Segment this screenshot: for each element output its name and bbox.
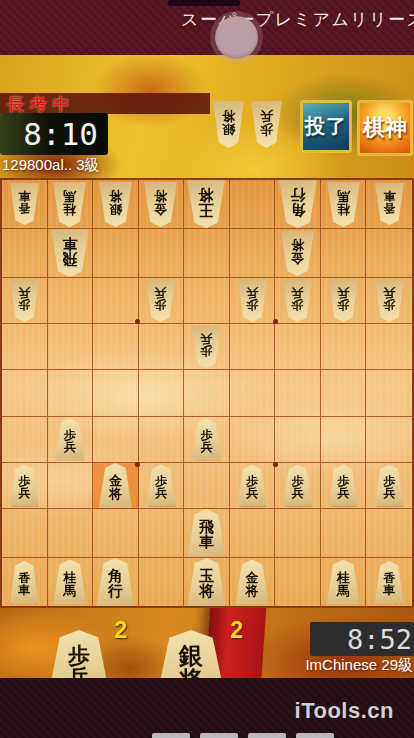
piece-kanji: 兵 [200,441,212,453]
piece-kanji: 将 [109,190,122,203]
board-square-3h[interactable] [275,509,321,558]
shogi-piece-sente-gold[interactable]: 金将 [236,560,269,605]
shogi-piece-sente-pawn[interactable]: 歩兵 [146,464,175,506]
floating-assistive-button[interactable] [215,16,258,59]
piece-kanji: 馬 [337,190,350,203]
piece-kanji: 兵 [18,487,30,499]
board-square-2f[interactable] [321,417,367,463]
piece-kanji: 香 [18,203,30,215]
board-square-1h[interactable] [366,509,412,558]
shogi-piece-sente-bishop[interactable]: 角行 [96,558,134,606]
piece-kanji: 行 [108,584,123,599]
thinking-status-badge: 長考中 [0,93,210,114]
board-square-3b[interactable]: 金将 [275,229,321,278]
shogi-app-screen: 香車桂馬銀将金将王将角行桂馬香車飛車金将歩兵歩兵歩兵歩兵歩兵歩兵歩兵歩兵歩兵歩兵… [0,0,414,738]
top-player-clock: 8:10 [0,113,108,155]
hand-item-pawn[interactable]: 歩兵 [251,101,282,148]
board-square-9f[interactable] [2,417,48,463]
piece-kanji: 金 [291,252,304,265]
board-square-8a[interactable]: 桂馬 [48,180,94,229]
piece-kanji: 歩 [68,644,90,666]
cutoff-text-fragment [168,0,240,6]
piece-kanji: 兵 [337,287,349,299]
piece-kanji: 馬 [63,190,76,203]
board-square-8g[interactable] [48,463,94,509]
shogi-piece-sente-pawn[interactable]: 歩兵 [55,418,84,460]
piece-kanji: 香 [18,572,30,584]
board-square-5c[interactable] [184,278,230,324]
board-square-4d[interactable] [230,324,276,370]
shogi-piece-gote-lance[interactable]: 香車 [10,183,39,225]
piece-kanji: 車 [199,535,214,550]
bottom-clock-time: 8:52 [347,624,412,655]
piece-kanji: 将 [291,239,304,252]
piece-kanji: 金 [154,203,167,216]
bottom-player-rank: 29級 [381,656,413,673]
board-square-6i[interactable] [139,558,185,606]
top-notification-banner: スーパープレミアムリリース [0,0,414,55]
piece-kanji: 兵 [292,487,304,499]
board-square-2c[interactable]: 歩兵 [321,278,367,324]
shogi-piece-gote-king[interactable]: 王将 [187,180,225,228]
board-square-5d[interactable]: 歩兵 [184,324,230,370]
piece-kanji: 金 [109,474,122,487]
board-square-3c[interactable]: 歩兵 [275,278,321,324]
shogi-piece-sente-gold[interactable]: 金将 [99,463,132,508]
board-square-8h[interactable] [48,509,94,558]
shogi-piece-gote-knight[interactable]: 桂馬 [327,182,360,227]
piece-kanji: 兵 [260,110,273,123]
clipped-ui-fragments [152,733,334,738]
shogi-piece-gote-lance[interactable]: 香車 [375,183,404,225]
shogi-piece-gote-silver[interactable]: 銀将 [99,182,132,227]
board-square-9h[interactable] [2,509,48,558]
piece-kanji: 桂 [337,203,350,216]
piece-kanji: 香 [383,572,395,584]
shogi-piece-sente-pawn[interactable]: 歩兵 [375,464,404,506]
banner-marquee-text: スーパープレミアムリリース [181,8,414,31]
piece-kanji: 車 [18,191,30,203]
piece-kanji: 将 [199,584,214,599]
board-square-2a[interactable]: 桂馬 [321,180,367,229]
board-square-6a[interactable]: 金将 [139,180,185,229]
bottom-player-name: ImChinese 29級 [305,656,413,675]
shogi-piece-gote-silver[interactable]: 銀将 [213,101,244,148]
piece-kanji: 将 [109,487,122,500]
shogi-piece-gote-pawn[interactable]: 歩兵 [192,326,221,368]
piece-kanji: 車 [62,237,77,252]
board-square-5h[interactable]: 飛車 [184,509,230,558]
shogi-piece-gote-bishop[interactable]: 角行 [279,180,317,228]
board-square-5e[interactable] [184,370,230,416]
board-square-4a[interactable] [230,180,276,229]
piece-kanji: 歩 [337,299,349,311]
piece-kanji: 兵 [155,487,167,499]
board-square-7f[interactable] [93,417,139,463]
board-square-4c[interactable]: 歩兵 [230,278,276,324]
shogi-piece-gote-pawn[interactable]: 歩兵 [10,280,39,322]
piece-kanji: 桂 [337,571,350,584]
shogi-piece-sente-lance[interactable]: 香車 [375,561,404,603]
board-square-1c[interactable]: 歩兵 [366,278,412,324]
board-square-7c[interactable] [93,278,139,324]
hand-item-silver[interactable]: 銀将 [213,101,244,148]
top-clock-time: 8:10 [23,116,98,152]
board-square-9e[interactable] [2,370,48,416]
shogi-piece-gote-gold[interactable]: 金将 [281,231,314,276]
shogi-piece-sente-pawn[interactable]: 歩兵 [329,464,358,506]
board-square-7e[interactable] [93,370,139,416]
top-player-name: 129800al.. 3級 [2,156,100,175]
board-square-8d[interactable] [48,324,94,370]
piece-kanji: 兵 [337,487,349,499]
piece-kanji: 馬 [337,584,350,597]
piece-kanji: 歩 [292,299,304,311]
piece-kanji: 角 [290,203,305,218]
piece-kanji: 行 [290,188,305,203]
board-square-5i[interactable]: 玉将 [184,558,230,606]
board-square-2b[interactable] [321,229,367,278]
piece-kanji: 兵 [292,287,304,299]
piece-kanji: 王 [199,203,214,218]
board-square-7a[interactable]: 銀将 [93,180,139,229]
shogi-piece-sente-knight[interactable]: 桂馬 [327,560,360,605]
board-square-8c[interactable] [48,278,94,324]
piece-kanji: 歩 [200,345,212,357]
board-square-6d[interactable] [139,324,185,370]
board-square-2e[interactable] [321,370,367,416]
piece-kanji: 兵 [64,441,76,453]
board-square-9c[interactable]: 歩兵 [2,278,48,324]
top-player-id: 129800al.. [2,156,72,173]
board-square-9g[interactable]: 歩兵 [2,463,48,509]
board-square-8f[interactable]: 歩兵 [48,417,94,463]
piece-kanji: 歩 [246,299,258,311]
board-square-3e[interactable] [275,370,321,416]
piece-kanji: 銀 [222,123,235,136]
resign-button[interactable]: 投了 [300,100,352,153]
shogi-piece-gote-pawn[interactable]: 歩兵 [283,280,312,322]
board-square-7i[interactable]: 角行 [93,558,139,606]
piece-kanji: 金 [246,571,259,584]
piece-kanji: 桂 [63,203,76,216]
piece-kanji: 歩 [64,429,76,441]
board-square-6c[interactable]: 歩兵 [139,278,185,324]
board-square-8b[interactable]: 飛車 [48,229,94,278]
bottom-player-clock: 8:52 [310,622,414,656]
board-square-3f[interactable] [275,417,321,463]
board-square-4g[interactable]: 歩兵 [230,463,276,509]
board-square-7d[interactable] [93,324,139,370]
piece-kanji: 歩 [383,299,395,311]
board-square-2i[interactable]: 桂馬 [321,558,367,606]
shogi-piece-sente-knight[interactable]: 桂馬 [53,560,86,605]
board-square-2h[interactable] [321,509,367,558]
board-square-6g[interactable]: 歩兵 [139,463,185,509]
board-square-5b[interactable] [184,229,230,278]
board-square-2d[interactable] [321,324,367,370]
piece-kanji: 馬 [63,584,76,597]
piece-kanji: 歩 [200,429,212,441]
bottom-player-id: ImChinese [305,656,377,673]
piece-kanji: 飛 [62,252,77,267]
piece-kanji: 歩 [18,299,30,311]
piece-kanji: 兵 [155,287,167,299]
board-square-6h[interactable] [139,509,185,558]
shogi-piece-sente-king[interactable]: 玉将 [187,558,225,606]
board-square-5g[interactable] [184,463,230,509]
piece-kanji: 兵 [383,287,395,299]
hand-count-silver: 2 [230,617,243,644]
shogi-piece-gote-pawn[interactable]: 歩兵 [146,280,175,322]
board-square-6b[interactable] [139,229,185,278]
board-square-8i[interactable]: 桂馬 [48,558,94,606]
board-square-4i[interactable]: 金将 [230,558,276,606]
shogi-piece-sente-lance[interactable]: 香車 [10,561,39,603]
piece-kanji: 兵 [246,287,258,299]
board-square-4b[interactable] [230,229,276,278]
shogi-piece-sente-pawn[interactable]: 歩兵 [283,464,312,506]
piece-kanji: 兵 [200,333,212,345]
board-square-6f[interactable] [139,417,185,463]
board-square-3g[interactable]: 歩兵 [275,463,321,509]
top-player-rank: 3級 [76,156,99,173]
shogi-piece-gote-pawn[interactable]: 歩兵 [251,101,282,148]
board-square-7b[interactable] [93,229,139,278]
board-square-4e[interactable] [230,370,276,416]
bottom-bar: iTools.cn [0,678,414,738]
piece-kanji: 将 [199,188,214,203]
board-square-5f[interactable]: 歩兵 [184,417,230,463]
board-square-3a[interactable]: 角行 [275,180,321,229]
piece-kanji: 車 [18,584,30,596]
board-square-5a[interactable]: 王将 [184,180,230,229]
shogi-piece-sente-pawn[interactable]: 歩兵 [192,418,221,460]
piece-kanji: 兵 [18,287,30,299]
board-square-7g[interactable]: 金将 [93,463,139,509]
hand-count-pawn: 2 [114,617,127,644]
board-square-3i[interactable] [275,558,321,606]
piece-kanji: 車 [383,191,395,203]
shogi-board: 香車桂馬銀将金将王将角行桂馬香車飛車金将歩兵歩兵歩兵歩兵歩兵歩兵歩兵歩兵歩兵歩兵… [0,178,414,608]
shogi-piece-gote-pawn[interactable]: 歩兵 [375,280,404,322]
watermark-text: iTools.cn [295,698,394,724]
board-square-1f[interactable] [366,417,412,463]
board-square-1d[interactable] [366,324,412,370]
board-square-1e[interactable] [366,370,412,416]
shogi-piece-gote-pawn[interactable]: 歩兵 [329,280,358,322]
board-square-4f[interactable] [230,417,276,463]
shogi-piece-gote-rook[interactable]: 飛車 [51,229,89,277]
board-square-1b[interactable] [366,229,412,278]
piece-kanji: 将 [246,584,259,597]
piece-kanji: 将 [222,110,235,123]
board-square-4h[interactable] [230,509,276,558]
board-square-9a[interactable]: 香車 [2,180,48,229]
piece-kanji: 銀 [109,203,122,216]
piece-kanji: 歩 [260,123,273,136]
board-square-2g[interactable]: 歩兵 [321,463,367,509]
shogi-piece-gote-knight[interactable]: 桂馬 [53,182,86,227]
piece-kanji: 車 [383,584,395,596]
board-square-9d[interactable] [2,324,48,370]
piece-kanji: 兵 [246,487,258,499]
shogi-piece-gote-pawn[interactable]: 歩兵 [238,280,267,322]
board-square-8e[interactable] [48,370,94,416]
board-square-1i[interactable]: 香車 [366,558,412,606]
board-square-1a[interactable]: 香車 [366,180,412,229]
shogi-piece-sente-pawn[interactable]: 歩兵 [238,464,267,506]
piece-kanji: 香 [383,203,395,215]
piece-kanji: 桂 [63,571,76,584]
board-square-1g[interactable]: 歩兵 [366,463,412,509]
board-square-7h[interactable] [93,509,139,558]
piece-kanji: 兵 [383,487,395,499]
kishin-hint-button[interactable]: 棋神 [357,100,413,156]
piece-kanji: 歩 [155,299,167,311]
board-square-9i[interactable]: 香車 [2,558,48,606]
shogi-piece-gote-gold[interactable]: 金将 [144,182,177,227]
board-square-6e[interactable] [139,370,185,416]
shogi-piece-sente-rook[interactable]: 飛車 [187,509,225,557]
board-square-9b[interactable] [2,229,48,278]
piece-kanji: 将 [154,190,167,203]
shogi-piece-sente-pawn[interactable]: 歩兵 [10,464,39,506]
top-captured-tray: 銀将歩兵 [213,101,282,148]
board-square-3d[interactable] [275,324,321,370]
